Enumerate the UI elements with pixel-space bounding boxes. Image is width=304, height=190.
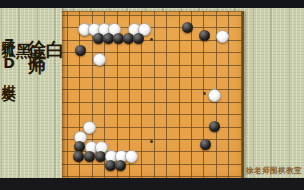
white-stone — [208, 89, 221, 102]
white-stone — [93, 53, 106, 66]
video-frame: 黑野狐7D棋友 白徐老师 徐老师围棋教室 — [0, 0, 304, 190]
star-point — [203, 92, 206, 95]
players-caption-panel: 黑野狐7D棋友 白徐老师 — [0, 8, 62, 178]
white-stone — [216, 30, 229, 43]
black-stone — [105, 160, 116, 171]
black-stone — [123, 33, 134, 44]
white-stone — [125, 150, 138, 163]
black-player-name: 野狐7D棋友 — [1, 30, 17, 80]
black-stone — [73, 151, 84, 162]
black-stone — [200, 139, 211, 150]
white-player-name: 徐老师 — [27, 25, 48, 52]
black-stone — [113, 33, 124, 44]
channel-watermark: 徐老师围棋教室 — [246, 166, 302, 176]
black-stone — [199, 30, 210, 41]
player-bar[interactable] — [0, 178, 304, 190]
black-stone — [84, 151, 95, 162]
black-stone — [93, 33, 104, 44]
black-stone — [182, 22, 193, 33]
black-stone — [74, 141, 85, 152]
star-point — [150, 140, 153, 143]
black-stone — [95, 151, 106, 162]
black-stone — [209, 121, 220, 132]
white-side-label: 白 — [46, 25, 65, 36]
black-stone — [103, 33, 114, 44]
black-stone — [115, 160, 126, 171]
black-stone — [133, 33, 144, 44]
star-point — [150, 38, 153, 41]
black-stone — [75, 45, 86, 56]
white-player-column: 白徐老师 — [28, 25, 65, 52]
top-letterbox-bar — [0, 0, 304, 8]
